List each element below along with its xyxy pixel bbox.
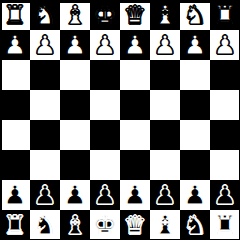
black-knight-piece: ♞ — [183, 210, 206, 240]
square-d3[interactable] — [120, 60, 150, 90]
square-e4[interactable] — [90, 90, 120, 120]
square-f2[interactable]: ♟ — [60, 30, 90, 60]
square-g1[interactable]: ♞ — [30, 0, 60, 30]
square-g3[interactable] — [30, 60, 60, 90]
square-h5[interactable] — [0, 120, 30, 150]
square-e3[interactable] — [90, 60, 120, 90]
square-c6[interactable] — [150, 150, 180, 180]
square-f3[interactable] — [60, 60, 90, 90]
square-a2[interactable]: ♟ — [210, 30, 240, 60]
black-rook-piece: ♜ — [3, 210, 26, 240]
square-c8[interactable]: ♝ — [150, 210, 180, 240]
white-pawn-piece: ♟ — [93, 30, 116, 60]
black-pawn-piece: ♟ — [183, 180, 206, 210]
square-b7[interactable]: ♟ — [180, 180, 210, 210]
white-knight-piece: ♞ — [33, 0, 56, 30]
square-e6[interactable] — [90, 150, 120, 180]
square-a7[interactable]: ♟ — [210, 180, 240, 210]
square-b1[interactable]: ♞ — [180, 0, 210, 30]
square-d8[interactable]: ♛ — [120, 210, 150, 240]
white-pawn-piece: ♟ — [123, 30, 146, 60]
white-bishop-piece: ♝ — [153, 0, 176, 30]
square-d4[interactable] — [120, 90, 150, 120]
white-queen-piece: ♛ — [123, 0, 146, 30]
black-knight-piece: ♞ — [33, 210, 56, 240]
square-h3[interactable] — [0, 60, 30, 90]
square-d7[interactable]: ♟ — [120, 180, 150, 210]
black-pawn-piece: ♟ — [153, 180, 176, 210]
black-pawn-piece: ♟ — [33, 180, 56, 210]
white-rook-piece: ♜ — [213, 0, 236, 30]
white-knight-piece: ♞ — [183, 0, 206, 30]
square-e8[interactable]: ♚ — [90, 210, 120, 240]
square-g7[interactable]: ♟ — [30, 180, 60, 210]
black-pawn-piece: ♟ — [63, 180, 86, 210]
white-pawn-piece: ♟ — [33, 30, 56, 60]
square-f4[interactable] — [60, 90, 90, 120]
square-e1[interactable]: ♚ — [90, 0, 120, 30]
white-rook-piece: ♜ — [3, 0, 26, 30]
square-g6[interactable] — [30, 150, 60, 180]
black-bishop-piece: ♝ — [153, 210, 176, 240]
square-f1[interactable]: ♝ — [60, 0, 90, 30]
square-c7[interactable]: ♟ — [150, 180, 180, 210]
square-c2[interactable]: ♟ — [150, 30, 180, 60]
square-a1[interactable]: ♜ — [210, 0, 240, 30]
square-c3[interactable] — [150, 60, 180, 90]
square-g8[interactable]: ♞ — [30, 210, 60, 240]
square-f5[interactable] — [60, 120, 90, 150]
square-e5[interactable] — [90, 120, 120, 150]
black-pawn-piece: ♟ — [93, 180, 116, 210]
square-h6[interactable] — [0, 150, 30, 180]
black-rook-piece: ♜ — [213, 210, 236, 240]
square-c1[interactable]: ♝ — [150, 0, 180, 30]
chess-board: ♜♞♝♚♛♝♞♜♟♟♟♟♟♟♟♟♟♟♟♟♟♟♟♟♜♞♝♚♛♝♞♜ — [0, 0, 240, 240]
black-pawn-piece: ♟ — [123, 180, 146, 210]
square-d1[interactable]: ♛ — [120, 0, 150, 30]
square-h4[interactable] — [0, 90, 30, 120]
square-b6[interactable] — [180, 150, 210, 180]
black-bishop-piece: ♝ — [63, 210, 86, 240]
square-a6[interactable] — [210, 150, 240, 180]
square-b3[interactable] — [180, 60, 210, 90]
square-e7[interactable]: ♟ — [90, 180, 120, 210]
square-b4[interactable] — [180, 90, 210, 120]
square-a4[interactable] — [210, 90, 240, 120]
white-king-piece: ♚ — [93, 0, 116, 30]
chess-board-area: ♜♞♝♚♛♝♞♜♟♟♟♟♟♟♟♟♟♟♟♟♟♟♟♟♜♞♝♚♛♝♞♜ — [0, 0, 240, 240]
square-g2[interactable]: ♟ — [30, 30, 60, 60]
square-b8[interactable]: ♞ — [180, 210, 210, 240]
square-c4[interactable] — [150, 90, 180, 120]
white-bishop-piece: ♝ — [63, 0, 86, 30]
black-pawn-piece: ♟ — [213, 180, 236, 210]
square-e2[interactable]: ♟ — [90, 30, 120, 60]
square-a3[interactable] — [210, 60, 240, 90]
square-d5[interactable] — [120, 120, 150, 150]
square-g5[interactable] — [30, 120, 60, 150]
black-king-piece: ♚ — [93, 210, 116, 240]
white-pawn-piece: ♟ — [183, 30, 206, 60]
square-d2[interactable]: ♟ — [120, 30, 150, 60]
square-d6[interactable] — [120, 150, 150, 180]
white-pawn-piece: ♟ — [213, 30, 236, 60]
black-pawn-piece: ♟ — [3, 180, 26, 210]
square-f6[interactable] — [60, 150, 90, 180]
square-g4[interactable] — [30, 90, 60, 120]
square-a8[interactable]: ♜ — [210, 210, 240, 240]
square-b5[interactable] — [180, 120, 210, 150]
square-a5[interactable] — [210, 120, 240, 150]
square-h8[interactable]: ♜ — [0, 210, 30, 240]
white-pawn-piece: ♟ — [3, 30, 26, 60]
square-f7[interactable]: ♟ — [60, 180, 90, 210]
square-b2[interactable]: ♟ — [180, 30, 210, 60]
white-pawn-piece: ♟ — [153, 30, 176, 60]
square-c5[interactable] — [150, 120, 180, 150]
square-h7[interactable]: ♟ — [0, 180, 30, 210]
square-h1[interactable]: ♜ — [0, 0, 30, 30]
black-queen-piece: ♛ — [123, 210, 146, 240]
white-pawn-piece: ♟ — [63, 30, 86, 60]
square-h2[interactable]: ♟ — [0, 30, 30, 60]
square-f8[interactable]: ♝ — [60, 210, 90, 240]
